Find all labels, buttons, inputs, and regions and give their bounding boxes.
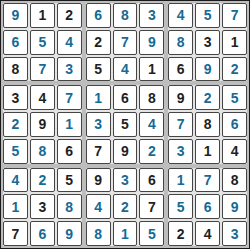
cell-r8c7[interactable]: 5 [168,194,193,219]
cell-r7c5[interactable]: 3 [113,168,138,193]
cell-r9c1[interactable]: 7 [3,221,28,246]
cell-r9c5[interactable]: 1 [113,221,138,246]
cell-r6c5[interactable]: 9 [113,139,138,164]
cell-r9c2[interactable]: 6 [30,221,55,246]
cell-r7c1[interactable]: 4 [3,168,28,193]
box-7: 425138769 [3,168,82,246]
box-2: 683279541 [86,3,165,81]
cell-r1c3[interactable]: 2 [57,3,82,28]
cell-r2c6[interactable]: 9 [139,30,164,55]
cell-r8c3[interactable]: 8 [57,194,82,219]
cell-r3c1[interactable]: 8 [3,57,28,82]
cell-r2c4[interactable]: 2 [86,30,111,55]
cell-r3c2[interactable]: 7 [30,57,55,82]
cell-r6c2[interactable]: 8 [30,139,55,164]
cell-r6c9[interactable]: 4 [222,139,247,164]
cell-r5c5[interactable]: 5 [113,112,138,137]
cell-r7c6[interactable]: 6 [139,168,164,193]
cell-r6c7[interactable]: 3 [168,139,193,164]
cell-r8c5[interactable]: 2 [113,194,138,219]
cell-r3c4[interactable]: 5 [86,57,111,82]
cell-r9c7[interactable]: 2 [168,221,193,246]
cell-r5c6[interactable]: 4 [139,112,164,137]
cell-r1c8[interactable]: 5 [195,3,220,28]
cell-r6c4[interactable]: 7 [86,139,111,164]
box-3: 457831692 [168,3,247,81]
cell-r3c5[interactable]: 4 [113,57,138,82]
cell-r9c9[interactable]: 3 [222,221,247,246]
cell-r2c8[interactable]: 3 [195,30,220,55]
cell-r7c2[interactable]: 2 [30,168,55,193]
cell-r2c7[interactable]: 8 [168,30,193,55]
cell-r8c9[interactable]: 9 [222,194,247,219]
cell-r6c8[interactable]: 1 [195,139,220,164]
cell-r2c5[interactable]: 7 [113,30,138,55]
cell-r9c8[interactable]: 4 [195,221,220,246]
cell-r8c6[interactable]: 7 [139,194,164,219]
box-6: 925786314 [168,85,247,163]
cell-r7c4[interactable]: 9 [86,168,111,193]
cell-r5c9[interactable]: 6 [222,112,247,137]
cell-r5c3[interactable]: 1 [57,112,82,137]
cell-r5c4[interactable]: 3 [86,112,111,137]
cell-r9c6[interactable]: 5 [139,221,164,246]
cell-r4c9[interactable]: 5 [222,85,247,110]
cell-r4c4[interactable]: 1 [86,85,111,110]
cell-r5c7[interactable]: 7 [168,112,193,137]
cell-r4c6[interactable]: 8 [139,85,164,110]
cell-r3c8[interactable]: 9 [195,57,220,82]
cell-r4c7[interactable]: 9 [168,85,193,110]
cell-r6c1[interactable]: 5 [3,139,28,164]
cell-r8c1[interactable]: 1 [3,194,28,219]
box-9: 178569243 [168,168,247,246]
cell-r7c8[interactable]: 7 [195,168,220,193]
cell-r1c9[interactable]: 7 [222,3,247,28]
cell-r4c2[interactable]: 4 [30,85,55,110]
cell-r1c6[interactable]: 3 [139,3,164,28]
cell-r7c7[interactable]: 1 [168,168,193,193]
cell-r1c5[interactable]: 8 [113,3,138,28]
cell-r1c2[interactable]: 1 [30,3,55,28]
cell-r1c7[interactable]: 4 [168,3,193,28]
box-1: 912654873 [3,3,82,81]
cell-r4c1[interactable]: 3 [3,85,28,110]
cell-r2c1[interactable]: 6 [3,30,28,55]
cell-r8c2[interactable]: 3 [30,194,55,219]
cell-r2c2[interactable]: 5 [30,30,55,55]
cell-r3c7[interactable]: 6 [168,57,193,82]
box-8: 936427815 [86,168,165,246]
box-5: 168354792 [86,85,165,163]
cell-r2c3[interactable]: 4 [57,30,82,55]
cell-r5c1[interactable]: 2 [3,112,28,137]
cell-r6c3[interactable]: 6 [57,139,82,164]
cell-r3c6[interactable]: 1 [139,57,164,82]
cell-r1c1[interactable]: 9 [3,3,28,28]
cell-r5c2[interactable]: 9 [30,112,55,137]
cell-r6c6[interactable]: 2 [139,139,164,164]
cell-r9c4[interactable]: 8 [86,221,111,246]
cell-r8c8[interactable]: 6 [195,194,220,219]
cell-r8c4[interactable]: 4 [86,194,111,219]
cell-r4c3[interactable]: 7 [57,85,82,110]
cell-r3c9[interactable]: 2 [222,57,247,82]
cell-r3c3[interactable]: 3 [57,57,82,82]
cell-r2c9[interactable]: 1 [222,30,247,55]
cell-r4c5[interactable]: 6 [113,85,138,110]
cell-r4c8[interactable]: 2 [195,85,220,110]
cell-r1c4[interactable]: 6 [86,3,111,28]
cell-r7c3[interactable]: 5 [57,168,82,193]
box-4: 347291586 [3,85,82,163]
cell-r5c8[interactable]: 8 [195,112,220,137]
cell-r7c9[interactable]: 8 [222,168,247,193]
cell-r9c3[interactable]: 9 [57,221,82,246]
sudoku-board: 9126548736832795414578316923472915861683… [0,0,250,249]
